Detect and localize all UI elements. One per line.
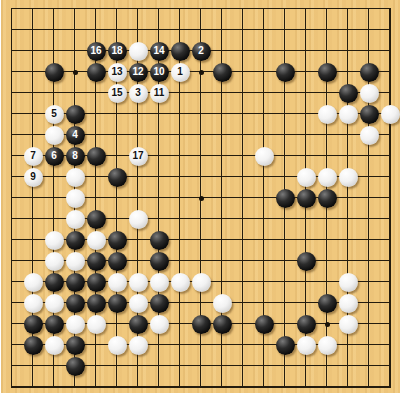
point-H8[interactable] [149,230,170,251]
point-S3[interactable] [359,335,380,356]
point-S14[interactable] [359,104,380,125]
point-Q9[interactable] [317,209,338,230]
point-T1[interactable] [380,377,401,394]
point-B12[interactable]: 7 [23,146,44,167]
point-H5[interactable] [149,293,170,314]
point-F5[interactable] [107,293,128,314]
point-G1[interactable] [128,377,149,394]
point-N7[interactable] [254,251,275,272]
point-S6[interactable] [359,272,380,293]
point-C1[interactable] [44,377,65,394]
point-C7[interactable] [44,251,65,272]
point-T12[interactable] [380,146,401,167]
point-H10[interactable] [149,188,170,209]
point-R5[interactable] [338,293,359,314]
point-R14[interactable] [338,104,359,125]
point-N14[interactable] [254,104,275,125]
point-A17[interactable] [2,41,23,62]
point-F14[interactable] [107,104,128,125]
point-O12[interactable] [275,146,296,167]
point-R3[interactable] [338,335,359,356]
point-J1[interactable] [170,377,191,394]
point-R8[interactable] [338,230,359,251]
point-J3[interactable] [170,335,191,356]
point-M16[interactable] [233,62,254,83]
point-C2[interactable] [44,356,65,377]
point-C18[interactable] [44,20,65,41]
point-F15[interactable]: 15 [107,83,128,104]
point-O3[interactable] [275,335,296,356]
point-G3[interactable] [128,335,149,356]
point-S17[interactable] [359,41,380,62]
point-Q10[interactable] [317,188,338,209]
point-H4[interactable] [149,314,170,335]
point-A7[interactable] [2,251,23,272]
point-B5[interactable] [23,293,44,314]
point-R13[interactable] [338,125,359,146]
point-J9[interactable] [170,209,191,230]
point-H16[interactable]: 10 [149,62,170,83]
point-B14[interactable] [23,104,44,125]
point-T9[interactable] [380,209,401,230]
point-Q19[interactable] [317,0,338,20]
point-B13[interactable] [23,125,44,146]
point-B18[interactable] [23,20,44,41]
point-N15[interactable] [254,83,275,104]
point-K17[interactable]: 2 [191,41,212,62]
point-S13[interactable] [359,125,380,146]
point-T2[interactable] [380,356,401,377]
point-S18[interactable] [359,20,380,41]
point-A15[interactable] [2,83,23,104]
point-O19[interactable] [275,0,296,20]
point-J17[interactable] [170,41,191,62]
point-A10[interactable] [2,188,23,209]
point-B8[interactable] [23,230,44,251]
point-G14[interactable] [128,104,149,125]
point-B10[interactable] [23,188,44,209]
point-M9[interactable] [233,209,254,230]
point-J18[interactable] [170,20,191,41]
point-T3[interactable] [380,335,401,356]
point-S9[interactable] [359,209,380,230]
point-F8[interactable] [107,230,128,251]
point-R16[interactable] [338,62,359,83]
point-L19[interactable] [212,0,233,20]
point-G5[interactable] [128,293,149,314]
point-O7[interactable] [275,251,296,272]
point-J4[interactable] [170,314,191,335]
point-F2[interactable] [107,356,128,377]
point-T18[interactable] [380,20,401,41]
point-P18[interactable] [296,20,317,41]
point-D16[interactable] [65,62,86,83]
point-O10[interactable] [275,188,296,209]
point-P11[interactable] [296,167,317,188]
point-C10[interactable] [44,188,65,209]
point-S5[interactable] [359,293,380,314]
point-P8[interactable] [296,230,317,251]
point-T19[interactable] [380,0,401,20]
point-Q6[interactable] [317,272,338,293]
point-S4[interactable] [359,314,380,335]
point-K7[interactable] [191,251,212,272]
point-K11[interactable] [191,167,212,188]
point-N16[interactable] [254,62,275,83]
point-F13[interactable] [107,125,128,146]
point-D1[interactable] [65,377,86,394]
point-M3[interactable] [233,335,254,356]
point-S16[interactable] [359,62,380,83]
point-N17[interactable] [254,41,275,62]
point-H13[interactable] [149,125,170,146]
point-J2[interactable] [170,356,191,377]
point-M2[interactable] [233,356,254,377]
point-E8[interactable] [86,230,107,251]
point-F7[interactable] [107,251,128,272]
point-D15[interactable] [65,83,86,104]
point-S1[interactable] [359,377,380,394]
point-Q1[interactable] [317,377,338,394]
point-M15[interactable] [233,83,254,104]
point-C6[interactable] [44,272,65,293]
point-A4[interactable] [2,314,23,335]
point-P1[interactable] [296,377,317,394]
point-F11[interactable] [107,167,128,188]
point-O14[interactable] [275,104,296,125]
point-N10[interactable] [254,188,275,209]
point-L15[interactable] [212,83,233,104]
point-T7[interactable] [380,251,401,272]
point-E15[interactable] [86,83,107,104]
point-G6[interactable] [128,272,149,293]
point-M11[interactable] [233,167,254,188]
point-F4[interactable] [107,314,128,335]
point-N4[interactable] [254,314,275,335]
point-M8[interactable] [233,230,254,251]
point-D13[interactable]: 4 [65,125,86,146]
point-G11[interactable] [128,167,149,188]
point-K18[interactable] [191,20,212,41]
point-D18[interactable] [65,20,86,41]
point-G12[interactable]: 17 [128,146,149,167]
point-G7[interactable] [128,251,149,272]
point-M14[interactable] [233,104,254,125]
point-S11[interactable] [359,167,380,188]
point-H12[interactable] [149,146,170,167]
point-Q11[interactable] [317,167,338,188]
point-P7[interactable] [296,251,317,272]
point-L7[interactable] [212,251,233,272]
point-E1[interactable] [86,377,107,394]
point-C4[interactable] [44,314,65,335]
point-K19[interactable] [191,0,212,20]
point-S10[interactable] [359,188,380,209]
point-B7[interactable] [23,251,44,272]
point-Q17[interactable] [317,41,338,62]
point-M13[interactable] [233,125,254,146]
point-S8[interactable] [359,230,380,251]
point-O11[interactable] [275,167,296,188]
point-G4[interactable] [128,314,149,335]
point-O5[interactable] [275,293,296,314]
point-J5[interactable] [170,293,191,314]
point-O8[interactable] [275,230,296,251]
point-D8[interactable] [65,230,86,251]
point-T4[interactable] [380,314,401,335]
point-T10[interactable] [380,188,401,209]
point-K13[interactable] [191,125,212,146]
point-C16[interactable] [44,62,65,83]
point-E3[interactable] [86,335,107,356]
point-J12[interactable] [170,146,191,167]
point-G18[interactable] [128,20,149,41]
point-H14[interactable] [149,104,170,125]
point-K2[interactable] [191,356,212,377]
point-T11[interactable] [380,167,401,188]
point-G8[interactable] [128,230,149,251]
point-K6[interactable] [191,272,212,293]
point-J10[interactable] [170,188,191,209]
point-Q7[interactable] [317,251,338,272]
point-P6[interactable] [296,272,317,293]
point-Q13[interactable] [317,125,338,146]
point-Q8[interactable] [317,230,338,251]
point-L11[interactable] [212,167,233,188]
point-P4[interactable] [296,314,317,335]
point-K15[interactable] [191,83,212,104]
point-E18[interactable] [86,20,107,41]
point-F9[interactable] [107,209,128,230]
point-K16[interactable] [191,62,212,83]
point-P5[interactable] [296,293,317,314]
point-P12[interactable] [296,146,317,167]
point-O15[interactable] [275,83,296,104]
point-K9[interactable] [191,209,212,230]
point-T8[interactable] [380,230,401,251]
point-A18[interactable] [2,20,23,41]
point-A14[interactable] [2,104,23,125]
point-D19[interactable] [65,0,86,20]
point-R7[interactable] [338,251,359,272]
point-N6[interactable] [254,272,275,293]
point-M18[interactable] [233,20,254,41]
point-B4[interactable] [23,314,44,335]
point-L18[interactable] [212,20,233,41]
point-K10[interactable] [191,188,212,209]
point-R10[interactable] [338,188,359,209]
point-A16[interactable] [2,62,23,83]
point-C8[interactable] [44,230,65,251]
point-L6[interactable] [212,272,233,293]
point-A3[interactable] [2,335,23,356]
point-J7[interactable] [170,251,191,272]
point-E5[interactable] [86,293,107,314]
point-D4[interactable] [65,314,86,335]
point-Q15[interactable] [317,83,338,104]
point-C14[interactable]: 5 [44,104,65,125]
point-C19[interactable] [44,0,65,20]
point-H17[interactable]: 14 [149,41,170,62]
point-B16[interactable] [23,62,44,83]
point-B2[interactable] [23,356,44,377]
point-P14[interactable] [296,104,317,125]
point-L4[interactable] [212,314,233,335]
point-A9[interactable] [2,209,23,230]
point-N13[interactable] [254,125,275,146]
point-P15[interactable] [296,83,317,104]
point-B11[interactable]: 9 [23,167,44,188]
point-A11[interactable] [2,167,23,188]
point-M5[interactable] [233,293,254,314]
point-B19[interactable] [23,0,44,20]
point-T15[interactable] [380,83,401,104]
point-P13[interactable] [296,125,317,146]
point-M1[interactable] [233,377,254,394]
point-D6[interactable] [65,272,86,293]
point-L12[interactable] [212,146,233,167]
point-K5[interactable] [191,293,212,314]
point-F3[interactable] [107,335,128,356]
point-S12[interactable] [359,146,380,167]
point-E9[interactable] [86,209,107,230]
point-A19[interactable] [2,0,23,20]
point-E4[interactable] [86,314,107,335]
point-L13[interactable] [212,125,233,146]
point-N8[interactable] [254,230,275,251]
point-L8[interactable] [212,230,233,251]
point-R17[interactable] [338,41,359,62]
point-N19[interactable] [254,0,275,20]
point-O1[interactable] [275,377,296,394]
point-A13[interactable] [2,125,23,146]
point-R2[interactable] [338,356,359,377]
point-L1[interactable] [212,377,233,394]
point-F10[interactable] [107,188,128,209]
point-N12[interactable] [254,146,275,167]
point-A8[interactable] [2,230,23,251]
point-S7[interactable] [359,251,380,272]
point-G15[interactable]: 3 [128,83,149,104]
point-O17[interactable] [275,41,296,62]
point-L16[interactable] [212,62,233,83]
point-K3[interactable] [191,335,212,356]
point-Q12[interactable] [317,146,338,167]
point-G17[interactable] [128,41,149,62]
point-R12[interactable] [338,146,359,167]
point-K14[interactable] [191,104,212,125]
point-P9[interactable] [296,209,317,230]
point-N2[interactable] [254,356,275,377]
point-H9[interactable] [149,209,170,230]
point-J11[interactable] [170,167,191,188]
point-P2[interactable] [296,356,317,377]
point-M19[interactable] [233,0,254,20]
point-N11[interactable] [254,167,275,188]
point-P10[interactable] [296,188,317,209]
point-H2[interactable] [149,356,170,377]
point-J19[interactable] [170,0,191,20]
point-B6[interactable] [23,272,44,293]
point-T17[interactable] [380,41,401,62]
point-P17[interactable] [296,41,317,62]
point-M7[interactable] [233,251,254,272]
point-G19[interactable] [128,0,149,20]
point-E17[interactable]: 16 [86,41,107,62]
point-H19[interactable] [149,0,170,20]
point-L10[interactable] [212,188,233,209]
point-L9[interactable] [212,209,233,230]
point-C15[interactable] [44,83,65,104]
point-M10[interactable] [233,188,254,209]
point-O16[interactable] [275,62,296,83]
point-E6[interactable] [86,272,107,293]
point-F6[interactable] [107,272,128,293]
point-F18[interactable] [107,20,128,41]
point-L3[interactable] [212,335,233,356]
point-F19[interactable] [107,0,128,20]
point-H1[interactable] [149,377,170,394]
point-D10[interactable] [65,188,86,209]
point-Q14[interactable] [317,104,338,125]
point-J14[interactable] [170,104,191,125]
point-H15[interactable]: 11 [149,83,170,104]
point-H11[interactable] [149,167,170,188]
point-J13[interactable] [170,125,191,146]
point-B15[interactable] [23,83,44,104]
point-R19[interactable] [338,0,359,20]
point-N3[interactable] [254,335,275,356]
point-B17[interactable] [23,41,44,62]
point-J16[interactable]: 1 [170,62,191,83]
point-E13[interactable] [86,125,107,146]
point-Q16[interactable] [317,62,338,83]
point-C13[interactable] [44,125,65,146]
point-L17[interactable] [212,41,233,62]
point-N18[interactable] [254,20,275,41]
point-R18[interactable] [338,20,359,41]
point-T16[interactable] [380,62,401,83]
point-D14[interactable] [65,104,86,125]
point-L2[interactable] [212,356,233,377]
point-Q3[interactable] [317,335,338,356]
point-H3[interactable] [149,335,170,356]
point-G9[interactable] [128,209,149,230]
point-M6[interactable] [233,272,254,293]
point-N9[interactable] [254,209,275,230]
point-E10[interactable] [86,188,107,209]
point-S19[interactable] [359,0,380,20]
point-P3[interactable] [296,335,317,356]
point-M17[interactable] [233,41,254,62]
point-G13[interactable] [128,125,149,146]
point-E16[interactable] [86,62,107,83]
point-K1[interactable] [191,377,212,394]
point-S2[interactable] [359,356,380,377]
point-J8[interactable] [170,230,191,251]
point-O9[interactable] [275,209,296,230]
point-Q4[interactable] [317,314,338,335]
point-K4[interactable] [191,314,212,335]
point-T13[interactable] [380,125,401,146]
point-D5[interactable] [65,293,86,314]
point-F17[interactable]: 18 [107,41,128,62]
point-D17[interactable] [65,41,86,62]
point-B9[interactable] [23,209,44,230]
point-C17[interactable] [44,41,65,62]
point-J6[interactable] [170,272,191,293]
point-E19[interactable] [86,0,107,20]
